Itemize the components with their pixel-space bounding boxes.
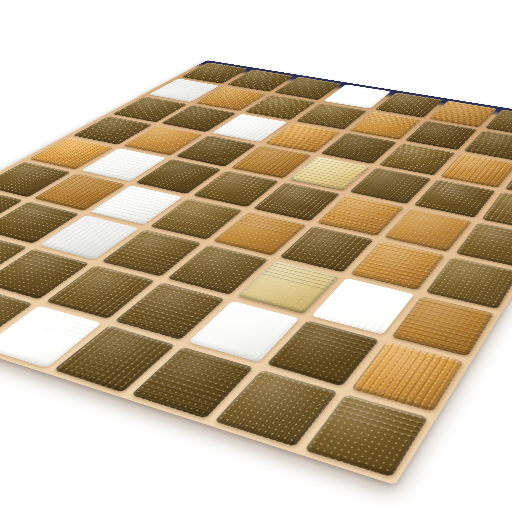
photo-canvas (0, 0, 512, 512)
mosaic-sheet (0, 60, 512, 485)
